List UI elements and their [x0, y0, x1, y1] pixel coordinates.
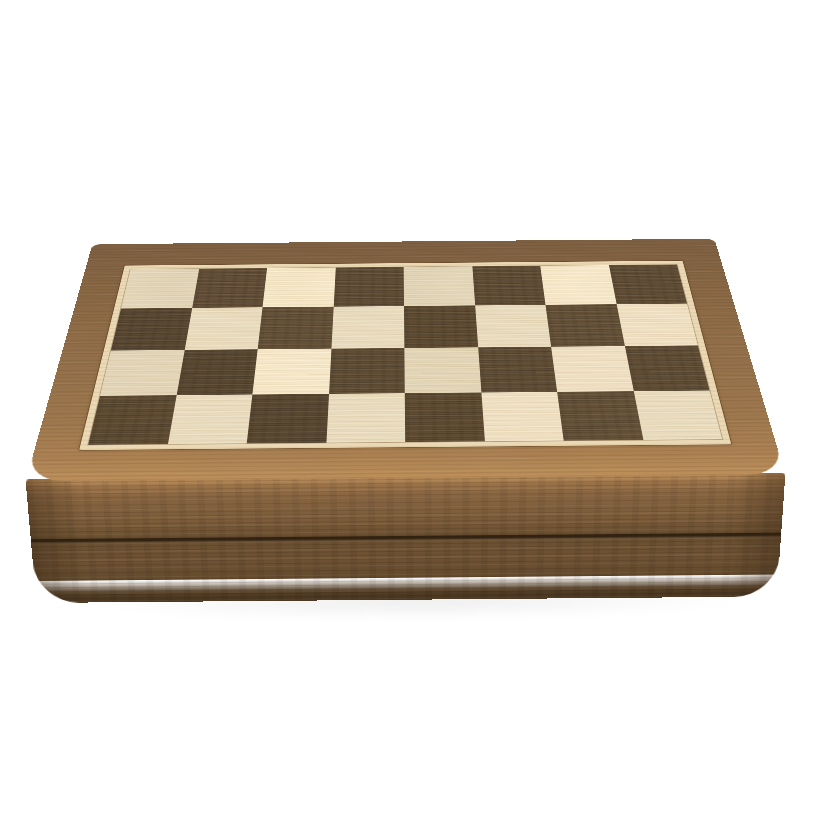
square-d8 — [333, 267, 404, 307]
square-d5 — [326, 393, 405, 442]
photo-background — [0, 0, 840, 840]
maple-border-strip — [79, 261, 731, 450]
square-g6 — [551, 346, 633, 392]
square-g7 — [545, 304, 624, 347]
square-b7 — [184, 307, 262, 350]
square-h5 — [633, 391, 722, 440]
square-e5 — [405, 393, 485, 442]
square-h8 — [609, 265, 687, 305]
square-f6 — [478, 347, 557, 393]
square-a7 — [111, 308, 192, 351]
square-a6 — [100, 350, 184, 396]
square-b6 — [176, 349, 257, 395]
square-g8 — [540, 265, 616, 305]
square-e6 — [404, 347, 481, 393]
square-c6 — [252, 349, 331, 395]
square-b8 — [192, 268, 267, 308]
square-c7 — [258, 307, 334, 350]
square-h6 — [624, 345, 709, 391]
box-top-face — [26, 239, 786, 482]
box-front-face — [26, 473, 786, 603]
square-c5 — [247, 394, 329, 444]
square-d6 — [329, 348, 405, 394]
chessboard-grid — [88, 265, 722, 445]
square-f7 — [475, 305, 551, 348]
square-f8 — [472, 266, 546, 306]
square-e8 — [404, 266, 475, 306]
square-b5 — [167, 395, 252, 445]
square-a5 — [88, 395, 176, 445]
chess-box — [0, 0, 840, 840]
square-a8 — [121, 269, 199, 309]
square-c8 — [263, 268, 336, 308]
square-e7 — [404, 305, 478, 348]
square-g5 — [557, 391, 643, 440]
square-d7 — [331, 306, 404, 349]
square-h7 — [616, 304, 698, 347]
square-f5 — [481, 392, 564, 441]
